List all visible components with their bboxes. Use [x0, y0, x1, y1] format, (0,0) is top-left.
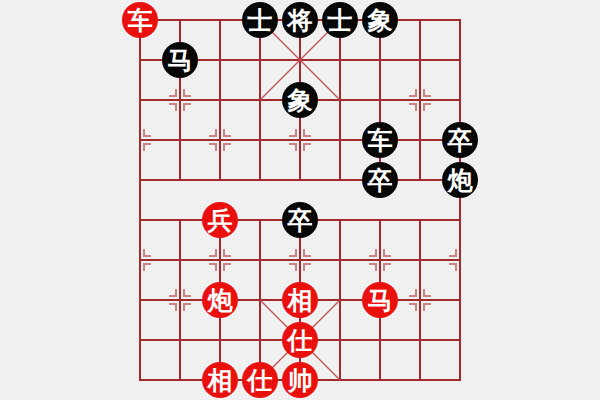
xiangqi-board: 车士将士象马象车卒卒炮兵卒炮相马仕相仕帅 [0, 0, 600, 400]
piece-black-cannon[interactable]: 炮 [442, 162, 478, 198]
piece-black-advisor[interactable]: 士 [242, 2, 278, 38]
piece-red-elephant[interactable]: 相 [202, 362, 238, 398]
piece-red-chariot[interactable]: 车 [122, 2, 158, 38]
piece-red-cannon[interactable]: 炮 [202, 282, 238, 318]
piece-black-elephant[interactable]: 象 [362, 2, 398, 38]
piece-black-soldier[interactable]: 卒 [362, 162, 398, 198]
piece-red-general[interactable]: 帅 [282, 362, 318, 398]
piece-red-elephant[interactable]: 相 [282, 282, 318, 318]
piece-grid: 车士将士象马象车卒卒炮兵卒炮相马仕相仕帅 [120, 0, 480, 400]
piece-black-advisor[interactable]: 士 [322, 2, 358, 38]
piece-red-soldier[interactable]: 兵 [202, 202, 238, 238]
piece-red-advisor[interactable]: 仕 [282, 322, 318, 358]
piece-black-horse[interactable]: 马 [162, 42, 198, 78]
piece-black-soldier[interactable]: 卒 [442, 122, 478, 158]
piece-black-chariot[interactable]: 车 [362, 122, 398, 158]
piece-red-advisor[interactable]: 仕 [242, 362, 278, 398]
piece-black-soldier[interactable]: 卒 [282, 202, 318, 238]
piece-black-general[interactable]: 将 [282, 2, 318, 38]
piece-black-elephant[interactable]: 象 [282, 82, 318, 118]
piece-red-horse[interactable]: 马 [362, 282, 398, 318]
